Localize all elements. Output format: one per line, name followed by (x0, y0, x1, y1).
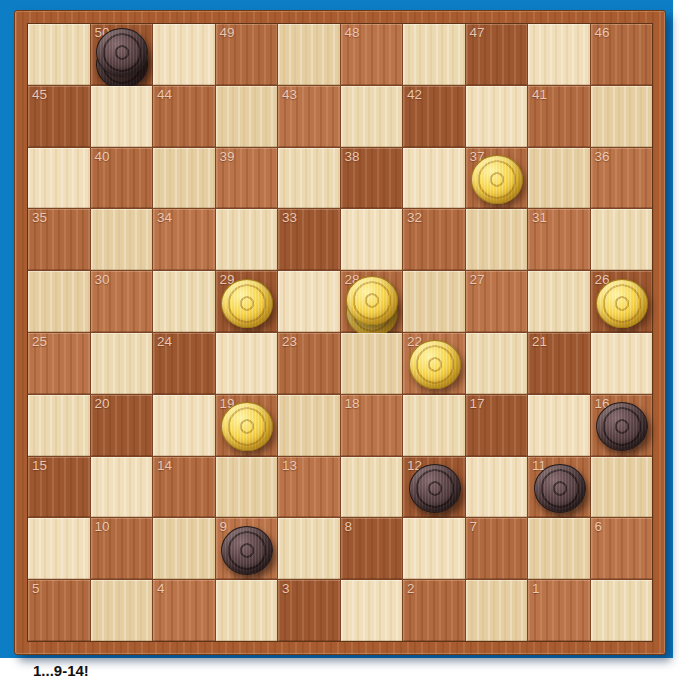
square-7[interactable]: 7 (466, 518, 528, 579)
square-44[interactable]: 44 (153, 86, 215, 147)
square-number-label: 38 (345, 149, 360, 165)
square-number-label: 1 (532, 581, 540, 597)
square-number-label: 30 (95, 272, 110, 288)
square-1[interactable]: 1 (528, 580, 590, 641)
square-36[interactable]: 36 (591, 148, 653, 209)
light-square (528, 271, 590, 332)
light-square (216, 333, 278, 394)
square-22[interactable]: 22 (403, 333, 465, 394)
white-disc (346, 276, 398, 325)
square-31[interactable]: 31 (528, 209, 590, 270)
black-king-square-50[interactable] (91, 24, 153, 85)
square-13[interactable]: 13 (278, 457, 340, 518)
white-king-square-28[interactable] (341, 271, 403, 332)
white-disc (471, 155, 523, 204)
square-28[interactable]: 28 (341, 271, 403, 332)
light-square (528, 148, 590, 209)
square-30[interactable]: 30 (91, 271, 153, 332)
square-number-label: 42 (407, 87, 422, 103)
light-square (466, 209, 528, 270)
light-square (591, 457, 653, 518)
light-square (216, 86, 278, 147)
square-number-label: 8 (345, 519, 353, 535)
square-number-label: 18 (345, 396, 360, 412)
light-square (591, 209, 653, 270)
square-number-label: 3 (282, 581, 290, 597)
draughts-board: 5049484746454443424140393837363534333231… (27, 23, 653, 642)
light-square (153, 148, 215, 209)
light-square (28, 271, 90, 332)
square-45[interactable]: 45 (28, 86, 90, 147)
light-square (216, 457, 278, 518)
square-3[interactable]: 3 (278, 580, 340, 641)
square-33[interactable]: 33 (278, 209, 340, 270)
light-square (91, 333, 153, 394)
light-square (28, 518, 90, 579)
square-26[interactable]: 26 (591, 271, 653, 332)
white-disc (409, 340, 461, 389)
light-square (91, 209, 153, 270)
light-square (528, 518, 590, 579)
light-square (278, 271, 340, 332)
light-square (591, 86, 653, 147)
square-46[interactable]: 46 (591, 24, 653, 85)
square-number-label: 35 (32, 210, 47, 226)
square-number-label: 4 (157, 581, 165, 597)
square-50[interactable]: 50 (91, 24, 153, 85)
square-number-label: 2 (407, 581, 415, 597)
square-8[interactable]: 8 (341, 518, 403, 579)
square-35[interactable]: 35 (28, 209, 90, 270)
white-disc (596, 279, 648, 328)
square-number-label: 44 (157, 87, 172, 103)
light-square (403, 148, 465, 209)
square-number-label: 21 (532, 334, 547, 350)
light-square (341, 209, 403, 270)
square-number-label: 43 (282, 87, 297, 103)
light-square (91, 580, 153, 641)
light-square (466, 580, 528, 641)
light-square (278, 24, 340, 85)
light-square (591, 333, 653, 394)
square-number-label: 17 (470, 396, 485, 412)
black-disc (596, 402, 648, 451)
square-number-label: 47 (470, 25, 485, 41)
light-square (466, 457, 528, 518)
light-square (153, 271, 215, 332)
light-square (91, 457, 153, 518)
light-square (341, 457, 403, 518)
square-12[interactable]: 12 (403, 457, 465, 518)
square-15[interactable]: 15 (28, 457, 90, 518)
square-number-label: 25 (32, 334, 47, 350)
square-number-label: 33 (282, 210, 297, 226)
square-25[interactable]: 25 (28, 333, 90, 394)
square-5[interactable]: 5 (28, 580, 90, 641)
square-39[interactable]: 39 (216, 148, 278, 209)
square-20[interactable]: 20 (91, 395, 153, 456)
light-square (341, 580, 403, 641)
square-number-label: 40 (95, 149, 110, 165)
black-man-square-9[interactable] (216, 518, 278, 579)
square-10[interactable]: 10 (91, 518, 153, 579)
light-square (341, 333, 403, 394)
black-disc (221, 526, 273, 575)
square-9[interactable]: 9 (216, 518, 278, 579)
square-number-label: 39 (220, 149, 235, 165)
square-number-label: 6 (595, 519, 603, 535)
square-number-label: 27 (470, 272, 485, 288)
black-disc (534, 464, 586, 513)
white-disc (221, 402, 273, 451)
black-man-square-11[interactable] (528, 457, 590, 518)
square-34[interactable]: 34 (153, 209, 215, 270)
square-number-label: 46 (595, 25, 610, 41)
white-man-square-29[interactable] (216, 271, 278, 332)
white-man-square-37[interactable] (466, 148, 528, 209)
black-disc (409, 464, 461, 513)
light-square (403, 271, 465, 332)
square-40[interactable]: 40 (91, 148, 153, 209)
square-number-label: 34 (157, 210, 172, 226)
square-number-label: 23 (282, 334, 297, 350)
light-square (403, 518, 465, 579)
light-square (528, 395, 590, 456)
black-man-square-12[interactable] (403, 457, 465, 518)
light-square (591, 580, 653, 641)
square-number-label: 24 (157, 334, 172, 350)
square-42[interactable]: 42 (403, 86, 465, 147)
white-man-square-19[interactable] (216, 395, 278, 456)
square-number-label: 48 (345, 25, 360, 41)
square-41[interactable]: 41 (528, 86, 590, 147)
black-disc (96, 28, 148, 77)
black-man-square-16[interactable] (591, 395, 653, 456)
square-14[interactable]: 14 (153, 457, 215, 518)
square-11[interactable]: 11 (528, 457, 590, 518)
square-2[interactable]: 2 (403, 580, 465, 641)
white-man-square-26[interactable] (591, 271, 653, 332)
move-annotation: 1...9-14! (33, 662, 89, 679)
light-square (28, 395, 90, 456)
square-32[interactable]: 32 (403, 209, 465, 270)
light-square (28, 148, 90, 209)
light-square (466, 86, 528, 147)
light-square (278, 395, 340, 456)
square-number-label: 15 (32, 458, 47, 474)
square-number-label: 14 (157, 458, 172, 474)
square-16[interactable]: 16 (591, 395, 653, 456)
square-number-label: 10 (95, 519, 110, 535)
square-38[interactable]: 38 (341, 148, 403, 209)
square-49[interactable]: 49 (216, 24, 278, 85)
square-27[interactable]: 27 (466, 271, 528, 332)
square-4[interactable]: 4 (153, 580, 215, 641)
square-number-label: 7 (470, 519, 478, 535)
square-number-label: 36 (595, 149, 610, 165)
light-square (216, 209, 278, 270)
square-43[interactable]: 43 (278, 86, 340, 147)
square-number-label: 45 (32, 87, 47, 103)
white-disc (221, 279, 273, 328)
square-number-label: 49 (220, 25, 235, 41)
light-square (153, 24, 215, 85)
board-background-panel: 5049484746454443424140393837363534333231… (0, 0, 673, 658)
light-square (153, 395, 215, 456)
square-number-label: 5 (32, 581, 40, 597)
light-square (278, 518, 340, 579)
light-square (403, 395, 465, 456)
square-number-label: 41 (532, 87, 547, 103)
light-square (153, 518, 215, 579)
light-square (216, 580, 278, 641)
square-number-label: 13 (282, 458, 297, 474)
light-square (403, 24, 465, 85)
square-47[interactable]: 47 (466, 24, 528, 85)
square-48[interactable]: 48 (341, 24, 403, 85)
square-number-label: 20 (95, 396, 110, 412)
light-square (466, 333, 528, 394)
square-18[interactable]: 18 (341, 395, 403, 456)
board-frame: 5049484746454443424140393837363534333231… (14, 10, 666, 655)
light-square (28, 24, 90, 85)
light-square (528, 24, 590, 85)
square-24[interactable]: 24 (153, 333, 215, 394)
square-37[interactable]: 37 (466, 148, 528, 209)
light-square (278, 148, 340, 209)
light-square (341, 86, 403, 147)
square-19[interactable]: 19 (216, 395, 278, 456)
square-23[interactable]: 23 (278, 333, 340, 394)
square-6[interactable]: 6 (591, 518, 653, 579)
square-number-label: 31 (532, 210, 547, 226)
square-29[interactable]: 29 (216, 271, 278, 332)
square-number-label: 32 (407, 210, 422, 226)
light-square (91, 86, 153, 147)
white-man-square-22[interactable] (403, 333, 465, 394)
square-17[interactable]: 17 (466, 395, 528, 456)
square-21[interactable]: 21 (528, 333, 590, 394)
